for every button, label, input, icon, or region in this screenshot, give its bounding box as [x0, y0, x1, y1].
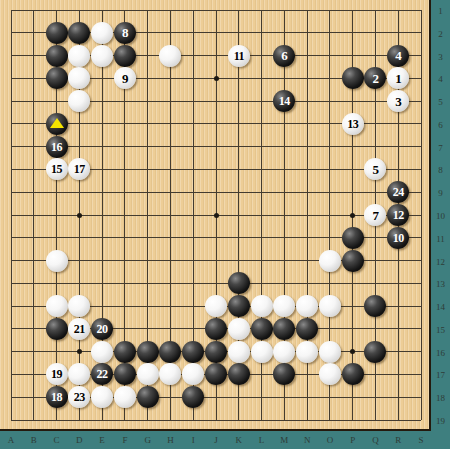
black-stone [159, 341, 181, 363]
black-stone [114, 363, 136, 385]
star-point [350, 213, 355, 218]
white-stone [319, 341, 341, 363]
white-stone: 11 [228, 45, 250, 67]
white-stone [228, 318, 250, 340]
white-stone [159, 45, 181, 67]
row-label-4: 4 [432, 74, 449, 84]
black-stone [273, 318, 295, 340]
white-stone: 13 [342, 113, 364, 135]
black-stone [296, 318, 318, 340]
column-label-E: E [93, 435, 111, 445]
white-stone [319, 250, 341, 272]
column-label-D: D [70, 435, 88, 445]
move-number: 6 [281, 49, 287, 62]
move-number: 11 [234, 50, 244, 62]
white-stone: 19 [46, 363, 68, 385]
row-label-5: 5 [432, 97, 449, 107]
move-number: 18 [51, 391, 62, 403]
column-label-K: K [230, 435, 248, 445]
white-stone [273, 341, 295, 363]
black-stone: 10 [387, 227, 409, 249]
white-stone [91, 341, 113, 363]
row-label-17: 17 [432, 370, 449, 380]
go-board-viewer: 811649211431316151752471210212019221823 … [0, 0, 450, 449]
black-stone [205, 363, 227, 385]
triangle-marker-icon [50, 118, 64, 128]
row-label-7: 7 [432, 143, 449, 153]
move-number: 14 [279, 95, 290, 107]
white-stone [319, 363, 341, 385]
white-stone [273, 295, 295, 317]
column-label-I: I [184, 435, 202, 445]
move-number: 22 [97, 368, 108, 380]
column-label-O: O [321, 435, 339, 445]
white-stone [228, 341, 250, 363]
black-stone: 4 [387, 45, 409, 67]
white-stone [296, 341, 318, 363]
white-stone [137, 363, 159, 385]
column-label-N: N [298, 435, 316, 445]
move-number: 8 [122, 26, 128, 39]
column-label-C: C [48, 435, 66, 445]
black-stone [228, 363, 250, 385]
black-stone [228, 295, 250, 317]
move-number: 20 [97, 323, 108, 335]
row-label-2: 2 [432, 29, 449, 39]
move-number: 21 [74, 323, 85, 335]
white-stone [205, 295, 227, 317]
white-stone: 3 [387, 90, 409, 112]
black-stone [364, 295, 386, 317]
black-stone [342, 67, 364, 89]
grid-line-vertical [421, 10, 422, 420]
move-number: 24 [393, 186, 404, 198]
black-stone [46, 318, 68, 340]
row-label-12: 12 [432, 257, 449, 267]
star-point [214, 213, 219, 218]
black-stone [182, 341, 204, 363]
black-stone [137, 386, 159, 408]
white-stone [251, 295, 273, 317]
grid-line-horizontal [11, 420, 421, 421]
white-stone [159, 363, 181, 385]
row-label-18: 18 [432, 393, 449, 403]
star-point [77, 213, 82, 218]
move-number: 15 [51, 163, 62, 175]
black-stone [46, 22, 68, 44]
black-stone [273, 363, 295, 385]
black-stone: 6 [273, 45, 295, 67]
move-number: 3 [395, 95, 401, 108]
black-stone [205, 341, 227, 363]
coordinate-bar-right: 12345678910111213141516171819 [431, 0, 450, 449]
black-stone [46, 67, 68, 89]
move-number: 19 [51, 368, 62, 380]
white-stone: 15 [46, 158, 68, 180]
white-stone [46, 250, 68, 272]
row-label-13: 13 [432, 279, 449, 289]
row-label-16: 16 [432, 348, 449, 358]
column-label-M: M [275, 435, 293, 445]
black-stone: 22 [91, 363, 113, 385]
black-stone: 16 [46, 136, 68, 158]
black-stone: 2 [364, 67, 386, 89]
column-label-B: B [25, 435, 43, 445]
white-stone [319, 295, 341, 317]
column-label-J: J [207, 435, 225, 445]
row-label-10: 10 [432, 211, 449, 221]
move-number: 12 [393, 209, 404, 221]
column-label-Q: Q [366, 435, 384, 445]
star-point [214, 76, 219, 81]
row-label-15: 15 [432, 325, 449, 335]
white-stone [91, 45, 113, 67]
white-stone: 17 [68, 158, 90, 180]
black-stone [68, 22, 90, 44]
black-stone: 14 [273, 90, 295, 112]
column-label-R: R [389, 435, 407, 445]
black-stone [182, 386, 204, 408]
black-stone: 24 [387, 181, 409, 203]
row-label-1: 1 [432, 6, 449, 16]
column-label-P: P [344, 435, 362, 445]
move-number: 16 [51, 141, 62, 153]
white-stone [68, 363, 90, 385]
black-stone [251, 318, 273, 340]
move-number: 13 [347, 118, 358, 130]
white-stone [296, 295, 318, 317]
black-stone [228, 272, 250, 294]
white-stone: 5 [364, 158, 386, 180]
move-number: 17 [74, 163, 85, 175]
black-stone [114, 45, 136, 67]
row-label-14: 14 [432, 302, 449, 312]
white-stone: 23 [68, 386, 90, 408]
white-stone [68, 90, 90, 112]
white-stone [68, 67, 90, 89]
move-number: 9 [122, 72, 128, 85]
black-stone [114, 341, 136, 363]
white-stone: 1 [387, 67, 409, 89]
move-number: 1 [395, 72, 401, 85]
black-stone [46, 45, 68, 67]
black-stone [46, 113, 68, 135]
white-stone [91, 386, 113, 408]
white-stone [68, 45, 90, 67]
coordinate-bar-bottom: ABCDEFGHIJKLMNOPQRS [0, 431, 431, 449]
move-number: 4 [395, 49, 401, 62]
black-stone: 18 [46, 386, 68, 408]
black-stone: 20 [91, 318, 113, 340]
column-label-F: F [116, 435, 134, 445]
column-label-G: G [139, 435, 157, 445]
black-stone: 12 [387, 204, 409, 226]
move-number: 23 [74, 391, 85, 403]
white-stone [91, 22, 113, 44]
row-label-8: 8 [432, 165, 449, 175]
row-label-6: 6 [432, 120, 449, 130]
white-stone [251, 341, 273, 363]
black-stone [205, 318, 227, 340]
black-stone [342, 363, 364, 385]
row-label-3: 3 [432, 52, 449, 62]
column-label-L: L [253, 435, 271, 445]
white-stone [46, 295, 68, 317]
move-number: 2 [372, 72, 378, 85]
column-label-H: H [161, 435, 179, 445]
move-number: 7 [372, 209, 378, 222]
black-stone [342, 227, 364, 249]
row-label-11: 11 [432, 234, 449, 244]
move-number: 5 [372, 163, 378, 176]
row-label-19: 19 [432, 416, 449, 426]
black-stone: 8 [114, 22, 136, 44]
go-board-grid[interactable]: 811649211431316151752471210212019221823 [0, 0, 431, 431]
black-stone [137, 341, 159, 363]
column-label-A: A [2, 435, 20, 445]
star-point [77, 349, 82, 354]
black-stone [342, 250, 364, 272]
grid-line-horizontal [11, 283, 421, 284]
star-point [350, 349, 355, 354]
white-stone [68, 295, 90, 317]
row-label-9: 9 [432, 188, 449, 198]
white-stone: 9 [114, 67, 136, 89]
white-stone: 21 [68, 318, 90, 340]
move-number: 10 [393, 232, 404, 244]
white-stone [182, 363, 204, 385]
white-stone: 7 [364, 204, 386, 226]
white-stone [114, 386, 136, 408]
black-stone [364, 341, 386, 363]
column-label-S: S [412, 435, 430, 445]
